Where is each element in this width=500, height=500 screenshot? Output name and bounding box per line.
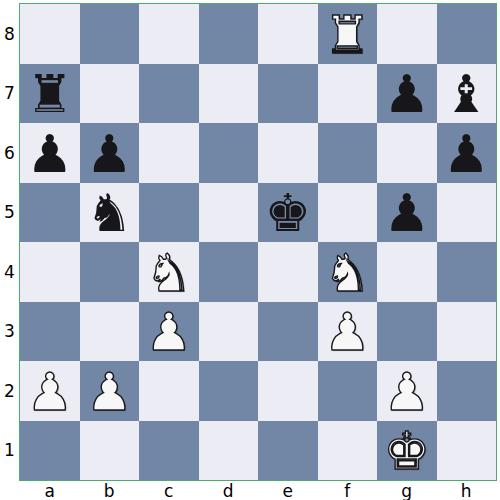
square-e2[interactable] xyxy=(258,361,318,421)
piece-black-knight[interactable]: ♞︎ xyxy=(86,187,133,239)
square-b4[interactable] xyxy=(80,242,140,302)
chess-diagram: 87654321 ♜︎♜︎♟︎♝︎♟︎♟︎♟︎♞︎♚︎♟︎♞︎♞︎♟︎♟︎♟︎♟… xyxy=(0,0,500,500)
square-f1[interactable] xyxy=(318,421,378,481)
square-d1[interactable] xyxy=(199,421,259,481)
file-label-d: d xyxy=(199,481,259,500)
square-e3[interactable] xyxy=(258,302,318,362)
file-label-b: b xyxy=(80,481,140,500)
square-e1[interactable] xyxy=(258,421,318,481)
square-c2[interactable] xyxy=(139,361,199,421)
square-b5[interactable]: ♞︎ xyxy=(80,183,140,243)
square-b3[interactable] xyxy=(80,302,140,362)
square-g7[interactable]: ♟︎ xyxy=(377,64,437,124)
square-g8[interactable] xyxy=(377,4,437,64)
square-c5[interactable] xyxy=(139,183,199,243)
file-labels: abcdefgh xyxy=(20,481,496,500)
square-f2[interactable] xyxy=(318,361,378,421)
square-g1[interactable]: ♚︎ xyxy=(377,421,437,481)
square-f5[interactable] xyxy=(318,183,378,243)
board-frame: ♜︎♜︎♟︎♝︎♟︎♟︎♟︎♞︎♚︎♟︎♞︎♞︎♟︎♟︎♟︎♟︎♟︎♚︎ xyxy=(19,3,497,481)
square-a1[interactable] xyxy=(20,421,80,481)
square-f3[interactable]: ♟︎ xyxy=(318,302,378,362)
square-c7[interactable] xyxy=(139,64,199,124)
square-b2[interactable]: ♟︎ xyxy=(80,361,140,421)
piece-white-rook[interactable]: ♜︎ xyxy=(324,9,371,61)
piece-black-king[interactable]: ♚︎ xyxy=(264,187,311,239)
square-a6[interactable]: ♟︎ xyxy=(20,123,80,183)
piece-black-pawn[interactable]: ♟︎ xyxy=(443,128,490,180)
square-e8[interactable] xyxy=(258,4,318,64)
file-label-e: e xyxy=(258,481,318,500)
piece-black-rook[interactable]: ♜︎ xyxy=(26,68,73,120)
square-h5[interactable] xyxy=(437,183,497,243)
square-g6[interactable] xyxy=(377,123,437,183)
square-b8[interactable] xyxy=(80,4,140,64)
piece-white-pawn[interactable]: ♟︎ xyxy=(324,306,371,358)
square-d7[interactable] xyxy=(199,64,259,124)
square-a2[interactable]: ♟︎ xyxy=(20,361,80,421)
piece-black-pawn[interactable]: ♟︎ xyxy=(383,68,430,120)
piece-white-pawn[interactable]: ♟︎ xyxy=(145,306,192,358)
square-b6[interactable]: ♟︎ xyxy=(80,123,140,183)
square-g3[interactable] xyxy=(377,302,437,362)
square-c6[interactable] xyxy=(139,123,199,183)
piece-white-pawn[interactable]: ♟︎ xyxy=(26,366,73,418)
square-e7[interactable] xyxy=(258,64,318,124)
square-d4[interactable] xyxy=(199,242,259,302)
square-d5[interactable] xyxy=(199,183,259,243)
square-h1[interactable] xyxy=(437,421,497,481)
square-g2[interactable]: ♟︎ xyxy=(377,361,437,421)
square-h7[interactable]: ♝︎ xyxy=(437,64,497,124)
rank-labels: 87654321 xyxy=(0,4,19,480)
rank-label-5: 5 xyxy=(0,183,19,243)
square-h3[interactable] xyxy=(437,302,497,362)
square-h4[interactable] xyxy=(437,242,497,302)
square-c3[interactable]: ♟︎ xyxy=(139,302,199,362)
piece-black-pawn[interactable]: ♟︎ xyxy=(383,187,430,239)
square-g4[interactable] xyxy=(377,242,437,302)
piece-black-bishop[interactable]: ♝︎ xyxy=(443,68,490,120)
rank-label-8: 8 xyxy=(0,4,19,64)
file-label-a: a xyxy=(20,481,80,500)
file-label-f: f xyxy=(318,481,378,500)
square-h2[interactable] xyxy=(437,361,497,421)
square-c8[interactable] xyxy=(139,4,199,64)
square-d6[interactable] xyxy=(199,123,259,183)
rank-label-6: 6 xyxy=(0,123,19,183)
square-a3[interactable] xyxy=(20,302,80,362)
chess-board: ♜︎♜︎♟︎♝︎♟︎♟︎♟︎♞︎♚︎♟︎♞︎♞︎♟︎♟︎♟︎♟︎♟︎♚︎ xyxy=(20,4,496,480)
square-a8[interactable] xyxy=(20,4,80,64)
piece-black-pawn[interactable]: ♟︎ xyxy=(86,128,133,180)
square-a4[interactable] xyxy=(20,242,80,302)
rank-label-1: 1 xyxy=(0,421,19,481)
square-f4[interactable]: ♞︎ xyxy=(318,242,378,302)
square-a5[interactable] xyxy=(20,183,80,243)
square-d3[interactable] xyxy=(199,302,259,362)
piece-white-knight[interactable]: ♞︎ xyxy=(324,247,371,299)
square-d2[interactable] xyxy=(199,361,259,421)
square-f7[interactable] xyxy=(318,64,378,124)
file-label-h: h xyxy=(437,481,497,500)
square-c1[interactable] xyxy=(139,421,199,481)
square-b7[interactable] xyxy=(80,64,140,124)
piece-black-pawn[interactable]: ♟︎ xyxy=(26,128,73,180)
rank-label-7: 7 xyxy=(0,64,19,124)
file-label-g: g xyxy=(377,481,437,500)
piece-white-pawn[interactable]: ♟︎ xyxy=(383,366,430,418)
square-a7[interactable]: ♜︎ xyxy=(20,64,80,124)
piece-white-pawn[interactable]: ♟︎ xyxy=(86,366,133,418)
rank-label-3: 3 xyxy=(0,302,19,362)
square-d8[interactable] xyxy=(199,4,259,64)
square-f6[interactable] xyxy=(318,123,378,183)
square-e4[interactable] xyxy=(258,242,318,302)
rank-label-4: 4 xyxy=(0,242,19,302)
square-b1[interactable] xyxy=(80,421,140,481)
rank-label-2: 2 xyxy=(0,361,19,421)
square-h6[interactable]: ♟︎ xyxy=(437,123,497,183)
square-c4[interactable]: ♞︎ xyxy=(139,242,199,302)
square-g5[interactable]: ♟︎ xyxy=(377,183,437,243)
file-label-c: c xyxy=(139,481,199,500)
square-f8[interactable]: ♜︎ xyxy=(318,4,378,64)
square-h8[interactable] xyxy=(437,4,497,64)
piece-white-knight[interactable]: ♞︎ xyxy=(145,247,192,299)
square-e6[interactable] xyxy=(258,123,318,183)
piece-white-king[interactable]: ♚︎ xyxy=(383,425,430,477)
square-e5[interactable]: ♚︎ xyxy=(258,183,318,243)
